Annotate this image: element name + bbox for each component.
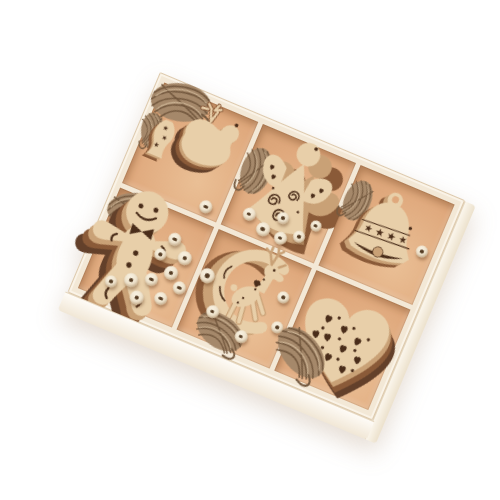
tray-grid: [67, 72, 465, 421]
tray-rim: [67, 72, 465, 421]
wooden-tray: [67, 72, 465, 421]
product-photo: [0, 0, 500, 500]
